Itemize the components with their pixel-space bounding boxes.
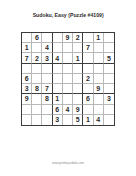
sudoku-cell-r5c2[interactable] bbox=[32, 74, 42, 84]
sudoku-cell-r7c7-given[interactable]: 6 bbox=[83, 94, 93, 104]
sudoku-cell-r6c5[interactable] bbox=[63, 84, 73, 94]
sudoku-cell-r5c3[interactable] bbox=[42, 74, 52, 84]
sudoku-cell-r4c4[interactable] bbox=[53, 64, 63, 74]
sudoku-cell-r5c1-given[interactable]: 6 bbox=[22, 74, 32, 84]
sudoku-cell-r3c8[interactable] bbox=[94, 53, 104, 63]
sudoku-cell-r6c9[interactable] bbox=[104, 84, 114, 94]
sudoku-cell-r3c2-given[interactable]: 2 bbox=[32, 53, 42, 63]
sudoku-cell-r1c9[interactable] bbox=[104, 33, 114, 43]
sudoku-cell-r4c1[interactable] bbox=[22, 64, 32, 74]
sudoku-cell-r3c3-given[interactable]: 3 bbox=[42, 53, 52, 63]
sudoku-cell-r7c8[interactable] bbox=[94, 94, 104, 104]
sudoku-cell-r5c4[interactable] bbox=[53, 74, 63, 84]
sudoku-cell-r8c3[interactable] bbox=[42, 105, 52, 115]
sudoku-cell-r1c5-given[interactable]: 9 bbox=[63, 33, 73, 43]
sudoku-cell-r8c2[interactable] bbox=[32, 105, 42, 115]
sudoku-cell-r6c4[interactable] bbox=[53, 84, 63, 94]
sudoku-cell-r9c2[interactable] bbox=[32, 115, 42, 125]
sudoku-cell-r9c8-given[interactable]: 4 bbox=[94, 115, 104, 125]
sudoku-cell-r9c5[interactable] bbox=[63, 115, 73, 125]
sudoku-cell-r8c6-given[interactable]: 9 bbox=[73, 105, 83, 115]
sudoku-cell-r8c9[interactable] bbox=[104, 105, 114, 115]
sudoku-cell-r8c7[interactable] bbox=[83, 105, 93, 115]
sudoku-cell-r2c4[interactable] bbox=[53, 43, 63, 53]
sudoku-cell-r2c7-given[interactable]: 7 bbox=[83, 43, 93, 53]
sudoku-cell-r5c5[interactable] bbox=[63, 74, 73, 84]
footer-url: www.printmysudoku.com bbox=[44, 161, 93, 164]
sudoku-cell-r8c1[interactable] bbox=[22, 105, 32, 115]
sudoku-cell-r1c1[interactable] bbox=[22, 33, 32, 43]
sudoku-cell-r1c4[interactable] bbox=[53, 33, 63, 43]
sudoku-cell-r7c9-given[interactable]: 3 bbox=[104, 94, 114, 104]
sudoku-cell-r2c9[interactable] bbox=[104, 43, 114, 53]
sudoku-cell-r4c9[interactable] bbox=[104, 64, 114, 74]
sudoku-cell-r1c7[interactable] bbox=[83, 33, 93, 43]
sudoku-cell-r2c3-given[interactable]: 4 bbox=[42, 43, 52, 53]
sudoku-cell-r1c3[interactable] bbox=[42, 33, 52, 43]
sudoku-cell-r7c2[interactable] bbox=[32, 94, 42, 104]
sudoku-cell-r1c8-given[interactable]: 1 bbox=[94, 33, 104, 43]
sudoku-cell-r9c6-given[interactable]: 5 bbox=[73, 115, 83, 125]
sudoku-cell-r6c7[interactable] bbox=[83, 84, 93, 94]
sudoku-cell-r6c3-given[interactable]: 7 bbox=[42, 84, 52, 94]
sudoku-cell-r4c2[interactable] bbox=[32, 64, 42, 74]
sudoku-cell-r6c2-given[interactable]: 8 bbox=[32, 84, 42, 94]
page-title: Sudoku, Easy (Puzzle #4109) bbox=[33, 12, 104, 18]
sudoku-cell-r5c7-given[interactable]: 2 bbox=[83, 74, 93, 84]
sudoku-cell-r1c2-given[interactable]: 6 bbox=[32, 33, 42, 43]
sudoku-cell-r7c3-given[interactable]: 8 bbox=[42, 94, 52, 104]
sudoku-cell-r4c8[interactable] bbox=[94, 64, 104, 74]
sudoku-cell-r9c3[interactable] bbox=[42, 115, 52, 125]
sudoku-board: 6921147723415623879981636493514 bbox=[21, 32, 115, 126]
sudoku-cell-r2c8[interactable] bbox=[94, 43, 104, 53]
sudoku-cell-r3c6-given[interactable]: 1 bbox=[73, 53, 83, 63]
sudoku-cell-r3c5[interactable] bbox=[63, 53, 73, 63]
sudoku-cell-r4c5[interactable] bbox=[63, 64, 73, 74]
sudoku-cell-r4c6[interactable] bbox=[73, 64, 83, 74]
sudoku-cell-r6c8-given[interactable]: 9 bbox=[94, 84, 104, 94]
sudoku-cell-r5c6[interactable] bbox=[73, 74, 83, 84]
sudoku-cell-r8c5-given[interactable]: 4 bbox=[63, 105, 73, 115]
sudoku-cell-r5c9[interactable] bbox=[104, 74, 114, 84]
sudoku-cell-r2c5[interactable] bbox=[63, 43, 73, 53]
sudoku-cell-r3c1-given[interactable]: 7 bbox=[22, 53, 32, 63]
sudoku-cell-r1c6-given[interactable]: 2 bbox=[73, 33, 83, 43]
sudoku-cell-r6c1-given[interactable]: 3 bbox=[22, 84, 32, 94]
sudoku-cell-r7c1-given[interactable]: 9 bbox=[22, 94, 32, 104]
sudoku-cell-r8c4-given[interactable]: 6 bbox=[53, 105, 63, 115]
sudoku-cell-r9c7-given[interactable]: 1 bbox=[83, 115, 93, 125]
sudoku-cell-r2c2[interactable] bbox=[32, 43, 42, 53]
sudoku-cell-r9c4-given[interactable]: 3 bbox=[53, 115, 63, 125]
sudoku-cell-r6c6[interactable] bbox=[73, 84, 83, 94]
sudoku-cell-r3c4-given[interactable]: 4 bbox=[53, 53, 63, 63]
sudoku-cell-r5c8[interactable] bbox=[94, 74, 104, 84]
sudoku-cell-r3c7[interactable] bbox=[83, 53, 93, 63]
sudoku-cell-r9c1[interactable] bbox=[22, 115, 32, 125]
sudoku-cell-r7c6[interactable] bbox=[73, 94, 83, 104]
sudoku-cell-r2c1-given[interactable]: 1 bbox=[22, 43, 32, 53]
sudoku-cell-r9c9[interactable] bbox=[104, 115, 114, 125]
sudoku-cell-r7c4-given[interactable]: 1 bbox=[53, 94, 63, 104]
sudoku-cell-r4c7[interactable] bbox=[83, 64, 93, 74]
sudoku-cell-r2c6[interactable] bbox=[73, 43, 83, 53]
sudoku-cell-r7c5[interactable] bbox=[63, 94, 73, 104]
sudoku-cell-r4c3[interactable] bbox=[42, 64, 52, 74]
sudoku-cell-r8c8[interactable] bbox=[94, 105, 104, 115]
sudoku-cell-r3c9-given[interactable]: 5 bbox=[104, 53, 114, 63]
